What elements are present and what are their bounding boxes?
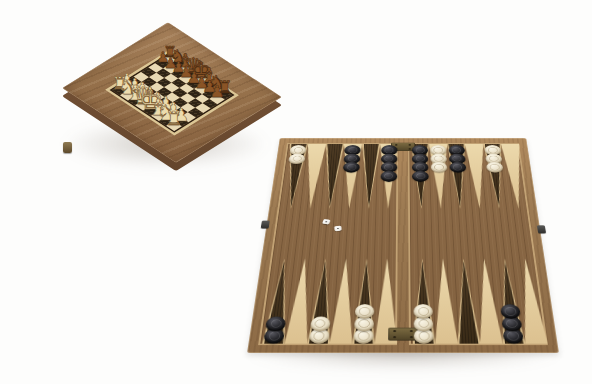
die-icon bbox=[322, 219, 331, 225]
backgammon-checker-white bbox=[486, 162, 504, 173]
backgammon-point-light bbox=[474, 259, 503, 344]
backgammon-point-dark bbox=[359, 144, 381, 209]
backgammon-checker-white bbox=[310, 316, 331, 331]
backgammon-right-half bbox=[408, 143, 548, 345]
chess-case-clasp-icon bbox=[63, 142, 72, 153]
product-photo-scene: ♜♞♝♛♚♝♞♜♟♟♟♟♟♟♟♟♟♟♟♟♟♟♟♟♜♞♝♛♚♝♞♜ bbox=[0, 0, 592, 384]
backgammon-point-light bbox=[330, 259, 357, 344]
clasp-icon bbox=[537, 225, 546, 233]
clasp-icon bbox=[261, 221, 270, 229]
die-icon bbox=[334, 226, 342, 232]
backgammon-point-light bbox=[501, 144, 529, 209]
backgammon-checker-black bbox=[380, 171, 397, 182]
backgammon-point-inner bbox=[322, 144, 343, 207]
backgammon-point-dark bbox=[453, 259, 480, 344]
backgammon-point-inner bbox=[361, 144, 379, 207]
backgammon-checker-black bbox=[449, 162, 466, 173]
backgammon-checker-black bbox=[412, 171, 429, 182]
backgammon-checker-white bbox=[431, 162, 448, 173]
backgammon-board bbox=[247, 138, 559, 353]
backgammon-checker-black bbox=[343, 162, 360, 173]
backgammon-point-inner bbox=[455, 261, 478, 344]
backgammon-checker-black bbox=[500, 304, 521, 319]
backgammon-point-light bbox=[433, 259, 458, 344]
chess-squares-grid bbox=[109, 52, 234, 132]
backgammon-left-half bbox=[258, 143, 398, 345]
